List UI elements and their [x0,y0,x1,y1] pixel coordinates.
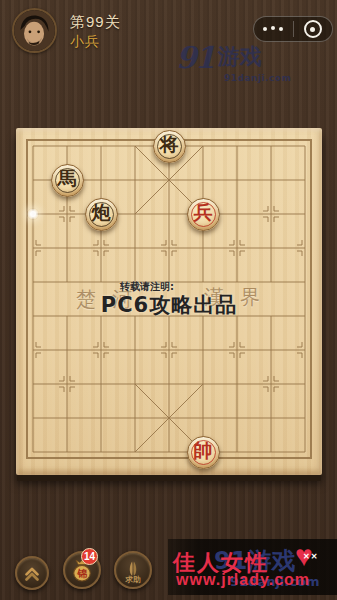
more-dots-icon [271,26,275,30]
help-button[interactable]: 求助 [114,551,152,589]
player-name: 小兵 [70,33,100,51]
wechat-capsule [253,16,333,42]
piece-兵[interactable]: 兵 [187,198,220,231]
piece-character: 将 [160,132,179,158]
piece-character: 馬 [58,166,77,192]
piece-character: 帥 [194,438,213,464]
bag-character: 锦 [76,568,87,579]
logo-watermark: 91游戏 91danji.com [176,40,291,83]
hint-count-badge: 14 [81,548,98,565]
overlay-note-line2: PC6攻略出品 [16,291,322,319]
more-button[interactable] [254,17,293,41]
more-dots-icon [279,27,283,31]
chevron-up-icon [21,562,43,584]
help-label: 求助 [124,575,141,584]
logo-domain: 91danji.com [224,73,291,83]
piece-character: 兵 [194,200,213,226]
avatar-face-icon [14,10,55,51]
sparkle-effect [27,208,39,220]
logo-name: 游戏 [218,44,262,69]
level-title: 第99关 [70,13,121,32]
circle-dot-icon [304,20,322,38]
piece-帥[interactable]: 帥 [187,436,220,469]
watermark-site-url: www.jrlady.com [176,571,310,589]
piece-馬[interactable]: 馬 [51,164,84,197]
heart-marks: ✕✕ [303,552,318,561]
logo-number: 91 [176,40,214,75]
piece-炮[interactable]: 炮 [85,198,118,231]
piece-将[interactable]: 将 [153,130,186,163]
piece-character: 炮 [92,200,111,226]
avatar [12,8,57,53]
praying-hands-icon: 求助 [119,556,147,584]
menu-button[interactable] [15,556,49,590]
close-button[interactable] [294,17,333,41]
xiangqi-board[interactable]: 楚河 漢界 转载请注明: PC6攻略出品 将馬炮兵帥 [16,128,322,475]
game-screen: 第99关 小兵 91游戏 91danji.com 楚河 漢界 转载请注明: PC… [0,0,337,600]
more-dots-icon [263,27,267,31]
